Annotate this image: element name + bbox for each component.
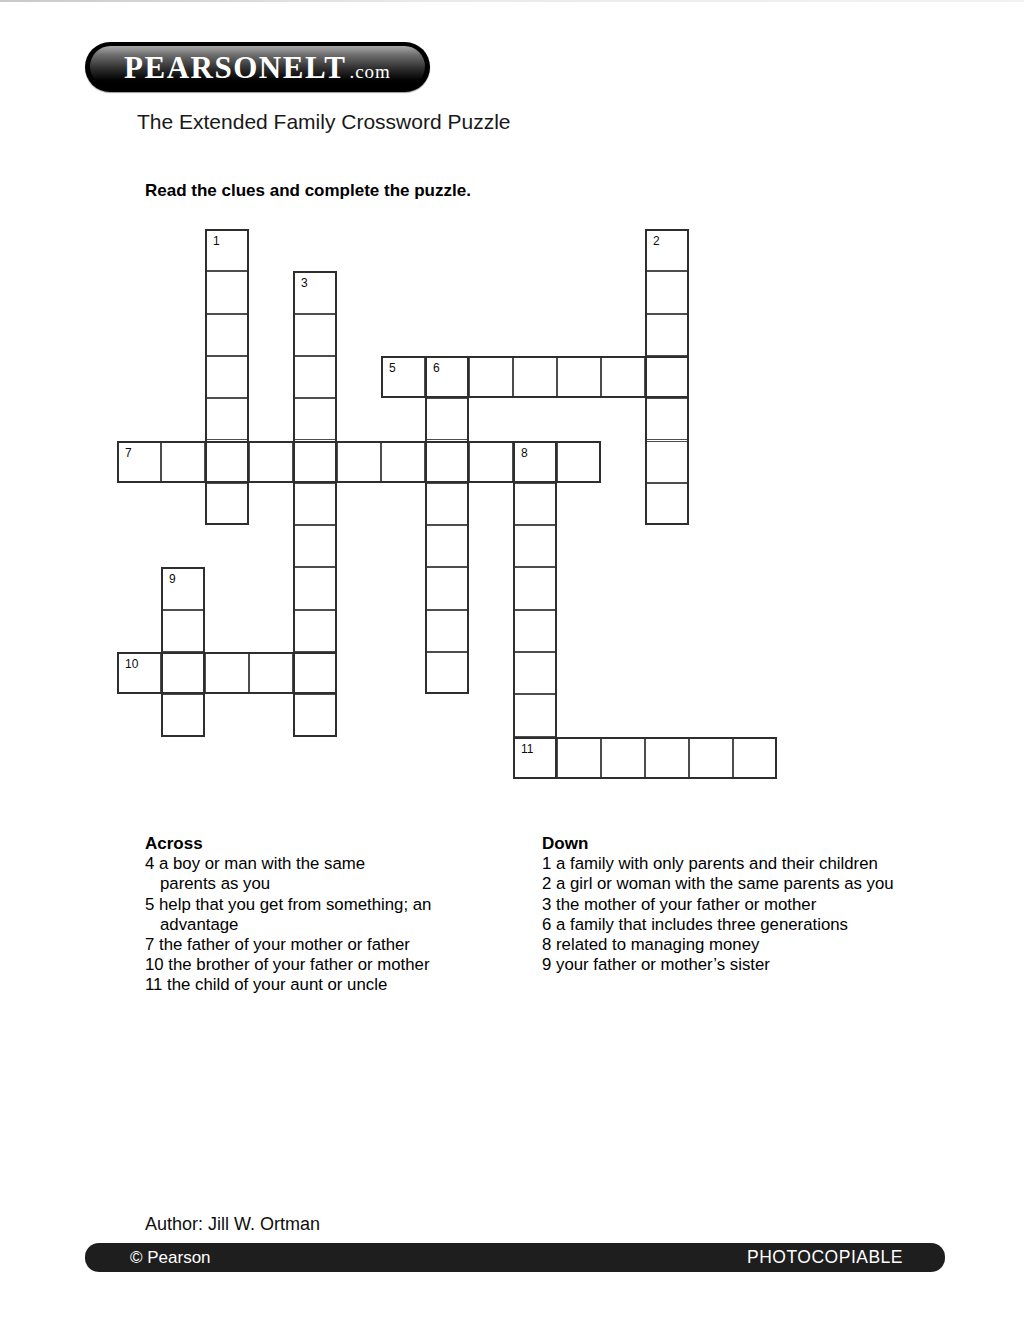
grid-cell-r7c4[interactable] [293, 525, 337, 567]
grid-cell-r10c3[interactable] [249, 652, 293, 694]
page-top-edge [0, 0, 1024, 2]
grid-cell-r2c12[interactable] [645, 314, 689, 356]
grid-cell-r5c10[interactable] [557, 441, 601, 483]
grid-cell-r10c2[interactable] [205, 652, 249, 694]
grid-cell-r1c12[interactable] [645, 271, 689, 313]
grid-cell-r5c1[interactable] [161, 441, 205, 483]
down-clue-1: 1 a family with only parents and their c… [542, 854, 942, 874]
across-clue-2: 5 help that you get from something; an [145, 895, 505, 915]
grid-cell-r2c2[interactable] [205, 314, 249, 356]
grid-cell-r6c2[interactable] [205, 483, 249, 525]
crossword-grid: 123567891011 [117, 229, 777, 779]
down-clue-3: 3 the mother of your father or mother [542, 895, 942, 915]
across-clue-5: 11 the child of your aunt or uncle [145, 975, 505, 995]
grid-cell-r6c12[interactable] [645, 483, 689, 525]
grid-cell-r3c11[interactable] [601, 356, 645, 398]
down-clue-2: 2 a girl or woman with the same parents … [542, 874, 942, 894]
grid-cell-r10c0[interactable] [117, 652, 161, 694]
grid-cell-r11c4[interactable] [293, 694, 337, 736]
across-clue-1-cont: parents as you [145, 874, 505, 894]
author-line: Author: Jill W. Ortman [145, 1214, 320, 1235]
grid-cell-r8c1[interactable] [161, 567, 205, 609]
grid-cell-r3c9[interactable] [513, 356, 557, 398]
grid-cell-r7c7[interactable] [425, 525, 469, 567]
grid-cell-r11c9[interactable] [513, 694, 557, 736]
grid-cell-r3c6[interactable] [381, 356, 425, 398]
down-clue-list: 1 a family with only parents and their c… [542, 854, 942, 975]
grid-cell-r4c4[interactable] [293, 398, 337, 440]
grid-cell-r0c12[interactable] [645, 229, 689, 271]
footer-bar: © Pearson PHOTOCOPIABLE [85, 1243, 945, 1272]
logo-brand: PEARSONELT [124, 52, 346, 83]
grid-cell-r1c4[interactable] [293, 271, 337, 313]
grid-cell-r5c12[interactable] [645, 441, 689, 483]
pearsonelt-logo: PEARSONELT .com [85, 42, 430, 92]
grid-cell-r10c9[interactable] [513, 652, 557, 694]
grid-cell-r9c7[interactable] [425, 610, 469, 652]
grid-cell-r9c4[interactable] [293, 610, 337, 652]
footer-copyright: © Pearson [130, 1248, 211, 1268]
grid-cell-r12c12[interactable] [645, 737, 689, 779]
grid-cell-r4c2[interactable] [205, 398, 249, 440]
grid-cell-r10c4[interactable] [293, 652, 337, 694]
down-clue-5: 8 related to managing money [542, 935, 942, 955]
grid-cell-r12c14[interactable] [733, 737, 777, 779]
grid-cell-r12c10[interactable] [557, 737, 601, 779]
grid-cell-r3c2[interactable] [205, 356, 249, 398]
instruction-text: Read the clues and complete the puzzle. [145, 181, 471, 201]
grid-cell-r4c7[interactable] [425, 398, 469, 440]
grid-cell-r5c3[interactable] [249, 441, 293, 483]
grid-cell-r3c8[interactable] [469, 356, 513, 398]
down-clue-6: 9 your father or mother’s sister [542, 955, 942, 975]
grid-cell-r1c2[interactable] [205, 271, 249, 313]
across-clue-1: 4 a boy or man with the same [145, 854, 505, 874]
grid-cell-r8c9[interactable] [513, 567, 557, 609]
grid-cell-r8c7[interactable] [425, 567, 469, 609]
page-title: The Extended Family Crossword Puzzle [137, 110, 510, 134]
grid-cell-r5c5[interactable] [337, 441, 381, 483]
logo-tld: .com [349, 62, 390, 81]
grid-cell-r5c7[interactable] [425, 441, 469, 483]
logo-text: PEARSONELT .com [85, 42, 430, 92]
grid-cell-r0c2[interactable] [205, 229, 249, 271]
grid-cell-r10c1[interactable] [161, 652, 205, 694]
across-clue-2-cont: advantage [145, 915, 505, 935]
across-clue-4: 10 the brother of your father or mother [145, 955, 505, 975]
grid-cell-r11c1[interactable] [161, 694, 205, 736]
grid-cell-r9c1[interactable] [161, 610, 205, 652]
grid-cell-r3c7[interactable] [425, 356, 469, 398]
grid-cell-r7c9[interactable] [513, 525, 557, 567]
grid-cell-r10c7[interactable] [425, 652, 469, 694]
down-header: Down [542, 834, 942, 854]
grid-cell-r12c11[interactable] [601, 737, 645, 779]
grid-cell-r9c9[interactable] [513, 610, 557, 652]
grid-cell-r3c10[interactable] [557, 356, 601, 398]
across-clues: Across 4 a boy or man with the sameparen… [145, 834, 505, 996]
worksheet-page: { "game": "crossword", "page": {"width":… [0, 0, 1024, 1325]
across-header: Across [145, 834, 505, 854]
grid-cell-r5c6[interactable] [381, 441, 425, 483]
down-clue-4: 6 a family that includes three generatio… [542, 915, 942, 935]
grid-cell-r12c9[interactable] [513, 737, 557, 779]
grid-cell-r3c12[interactable] [645, 356, 689, 398]
footer-photocopiable: PHOTOCOPIABLE [747, 1247, 903, 1268]
grid-cell-r3c4[interactable] [293, 356, 337, 398]
grid-cell-r12c13[interactable] [689, 737, 733, 779]
across-clue-3: 7 the father of your mother or father [145, 935, 505, 955]
grid-cell-r5c9[interactable] [513, 441, 557, 483]
grid-cell-r8c4[interactable] [293, 567, 337, 609]
grid-cell-r6c9[interactable] [513, 483, 557, 525]
down-clues: Down 1 a family with only parents and th… [542, 834, 942, 975]
across-clue-list: 4 a boy or man with the sameparents as y… [145, 854, 505, 995]
grid-cell-r6c7[interactable] [425, 483, 469, 525]
grid-cell-r2c4[interactable] [293, 314, 337, 356]
grid-cell-r6c4[interactable] [293, 483, 337, 525]
grid-cell-r4c12[interactable] [645, 398, 689, 440]
grid-cell-r5c0[interactable] [117, 441, 161, 483]
grid-cell-r5c8[interactable] [469, 441, 513, 483]
grid-cell-r5c4[interactable] [293, 441, 337, 483]
grid-cell-r5c2[interactable] [205, 441, 249, 483]
